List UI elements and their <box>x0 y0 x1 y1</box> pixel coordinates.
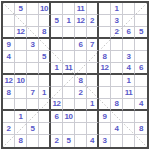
cell-r2c6[interactable]: 1 <box>63 15 75 27</box>
cell-r3c4[interactable]: 8 <box>39 27 51 39</box>
cell-r10c4[interactable] <box>39 111 51 123</box>
cell-r9c8[interactable]: 1 <box>87 99 99 111</box>
cell-r7c3[interactable] <box>27 75 39 87</box>
cell-r6c9[interactable]: 12 <box>99 63 111 75</box>
cell-r12c11[interactable] <box>123 135 135 147</box>
cell-r6c5[interactable]: 1 <box>51 63 63 75</box>
cell-r9c11[interactable] <box>123 99 135 111</box>
cell-r9c3[interactable] <box>27 99 39 111</box>
cell-r5c11[interactable]: 3 <box>123 51 135 63</box>
cell-r8c6[interactable] <box>63 87 75 99</box>
cell-r1c6[interactable] <box>63 3 75 15</box>
cell-r2c1[interactable] <box>3 15 15 27</box>
cell-r7c7[interactable]: 8 <box>75 75 87 87</box>
cell-r2c2[interactable] <box>15 15 27 27</box>
cell-r7c5[interactable] <box>51 75 63 87</box>
cell-r4c9[interactable] <box>99 39 111 51</box>
cell-r5c10[interactable] <box>111 51 123 63</box>
cell-r6c6[interactable]: 11 <box>63 63 75 75</box>
cell-r3c1[interactable] <box>3 27 15 39</box>
cell-r5c12[interactable] <box>135 51 147 63</box>
cell-r1c2[interactable]: 5 <box>15 3 27 15</box>
cell-r9c2[interactable] <box>15 99 27 111</box>
cell-r3c8[interactable] <box>87 27 99 39</box>
cell-r3c7[interactable] <box>75 27 87 39</box>
cell-r11c3[interactable]: 5 <box>27 123 39 135</box>
cell-r1c9[interactable] <box>99 3 111 15</box>
cell-r2c4[interactable] <box>39 15 51 27</box>
cell-r6c1[interactable] <box>3 63 15 75</box>
cell-r2c3[interactable] <box>27 15 39 27</box>
cell-r8c5[interactable] <box>51 87 63 99</box>
cell-r4c6[interactable] <box>63 39 75 51</box>
cell-r10c5[interactable]: 6 <box>51 111 63 123</box>
cell-r12c12[interactable] <box>135 135 147 147</box>
cell-r7c10[interactable] <box>111 75 123 87</box>
cell-r8c11[interactable]: 11 <box>123 87 135 99</box>
cell-r5c9[interactable]: 8 <box>99 51 111 63</box>
cell-r6c4[interactable] <box>39 63 51 75</box>
cell-r7c2[interactable]: 10 <box>15 75 27 87</box>
cell-r10c10[interactable] <box>111 111 123 123</box>
cell-r5c1[interactable]: 4 <box>3 51 15 63</box>
cell-r11c4[interactable] <box>39 123 51 135</box>
cell-r8c7[interactable]: 2 <box>75 87 87 99</box>
cell-grid: 5101115112231282659367458311112461210818… <box>3 3 147 147</box>
cell-r6c12[interactable]: 6 <box>135 63 147 75</box>
cell-r4c11[interactable] <box>123 39 135 51</box>
cell-r10c8[interactable] <box>87 111 99 123</box>
cell-r8c4[interactable]: 1 <box>39 87 51 99</box>
cell-r12c5[interactable]: 2 <box>51 135 63 147</box>
cell-r3c12[interactable]: 5 <box>135 27 147 39</box>
cell-r11c12[interactable]: 8 <box>135 123 147 135</box>
cell-r1c4[interactable]: 10 <box>39 3 51 15</box>
cell-r3c10[interactable]: 2 <box>111 27 123 39</box>
cell-r12c6[interactable]: 5 <box>63 135 75 147</box>
cell-r11c9[interactable] <box>99 123 111 135</box>
cell-r11c10[interactable]: 4 <box>111 123 123 135</box>
cell-r8c2[interactable] <box>15 87 27 99</box>
cell-r9c5[interactable]: 12 <box>51 99 63 111</box>
cell-r10c3[interactable] <box>27 111 39 123</box>
cell-r12c9[interactable]: 3 <box>99 135 111 147</box>
cell-r1c5[interactable] <box>51 3 63 15</box>
cell-r8c1[interactable]: 8 <box>3 87 15 99</box>
cell-r3c2[interactable]: 12 <box>15 27 27 39</box>
cell-r7c6[interactable] <box>63 75 75 87</box>
cell-r1c3[interactable] <box>27 3 39 15</box>
cell-r12c7[interactable] <box>75 135 87 147</box>
cell-r4c2[interactable] <box>15 39 27 51</box>
cell-r7c9[interactable] <box>99 75 111 87</box>
cell-r2c12[interactable] <box>135 15 147 27</box>
cell-r5c8[interactable] <box>87 51 99 63</box>
cell-r10c9[interactable]: 9 <box>99 111 111 123</box>
cell-r12c8[interactable]: 4 <box>87 135 99 147</box>
cell-r9c9[interactable] <box>99 99 111 111</box>
cell-r12c1[interactable] <box>3 135 15 147</box>
cell-r11c5[interactable] <box>51 123 63 135</box>
cell-r11c1[interactable]: 2 <box>3 123 15 135</box>
cell-r11c6[interactable] <box>63 123 75 135</box>
cell-r1c7[interactable]: 11 <box>75 3 87 15</box>
cell-r6c2[interactable] <box>15 63 27 75</box>
cell-r8c3[interactable]: 7 <box>27 87 39 99</box>
cell-r5c5[interactable] <box>51 51 63 63</box>
sudoku-board: 5101115112231282659367458311112461210818… <box>1 1 149 149</box>
cell-r3c6[interactable] <box>63 27 75 39</box>
cell-r7c11[interactable]: 1 <box>123 75 135 87</box>
cell-r9c4[interactable] <box>39 99 51 111</box>
cell-r12c3[interactable] <box>27 135 39 147</box>
cell-r3c5[interactable] <box>51 27 63 39</box>
cell-r5c3[interactable] <box>27 51 39 63</box>
cell-r9c7[interactable] <box>75 99 87 111</box>
cell-r5c7[interactable] <box>75 51 87 63</box>
cell-r4c5[interactable] <box>51 39 63 51</box>
cell-r4c12[interactable] <box>135 39 147 51</box>
cell-r9c1[interactable] <box>3 99 15 111</box>
cell-r10c1[interactable] <box>3 111 15 123</box>
cell-r2c11[interactable] <box>123 15 135 27</box>
cell-r12c4[interactable] <box>39 135 51 147</box>
cell-r11c8[interactable] <box>87 123 99 135</box>
cell-r10c2[interactable]: 1 <box>15 111 27 123</box>
cell-r11c11[interactable] <box>123 123 135 135</box>
cell-r3c9[interactable] <box>99 27 111 39</box>
cell-r7c12[interactable] <box>135 75 147 87</box>
cell-r9c6[interactable] <box>63 99 75 111</box>
cell-r6c10[interactable] <box>111 63 123 75</box>
cell-r8c8[interactable] <box>87 87 99 99</box>
cell-r1c8[interactable] <box>87 3 99 15</box>
cell-r11c2[interactable] <box>15 123 27 135</box>
cell-r8c10[interactable] <box>111 87 123 99</box>
cell-r7c4[interactable] <box>39 75 51 87</box>
cell-r8c9[interactable] <box>99 87 111 99</box>
cell-r7c8[interactable] <box>87 75 99 87</box>
cell-r9c12[interactable]: 4 <box>135 99 147 111</box>
cell-r4c3[interactable]: 3 <box>27 39 39 51</box>
cell-r4c1[interactable]: 9 <box>3 39 15 51</box>
cell-r6c3[interactable] <box>27 63 39 75</box>
cell-r9c10[interactable]: 8 <box>111 99 123 111</box>
cell-r5c2[interactable] <box>15 51 27 63</box>
cell-r3c11[interactable]: 6 <box>123 27 135 39</box>
cell-r11c7[interactable] <box>75 123 87 135</box>
cell-r7c1[interactable]: 12 <box>3 75 15 87</box>
cell-r2c9[interactable] <box>99 15 111 27</box>
cell-r1c10[interactable]: 1 <box>111 3 123 15</box>
cell-r10c7[interactable] <box>75 111 87 123</box>
cell-r4c10[interactable] <box>111 39 123 51</box>
cell-r1c11[interactable] <box>123 3 135 15</box>
cell-r12c2[interactable]: 8 <box>15 135 27 147</box>
cell-r2c8[interactable]: 2 <box>87 15 99 27</box>
cell-r6c7[interactable] <box>75 63 87 75</box>
cell-r6c8[interactable] <box>87 63 99 75</box>
cell-r12c10[interactable] <box>111 135 123 147</box>
cell-r3c3[interactable] <box>27 27 39 39</box>
cell-r1c1[interactable] <box>3 3 15 15</box>
cell-r5c4[interactable]: 5 <box>39 51 51 63</box>
cell-r10c6[interactable]: 10 <box>63 111 75 123</box>
cell-r2c5[interactable]: 5 <box>51 15 63 27</box>
cell-r4c4[interactable] <box>39 39 51 51</box>
cell-r8c12[interactable] <box>135 87 147 99</box>
cell-r10c11[interactable] <box>123 111 135 123</box>
cell-r1c12[interactable] <box>135 3 147 15</box>
cell-r4c7[interactable]: 6 <box>75 39 87 51</box>
cell-r10c12[interactable] <box>135 111 147 123</box>
cell-r2c7[interactable]: 12 <box>75 15 87 27</box>
cell-r4c8[interactable]: 7 <box>87 39 99 51</box>
cell-r5c6[interactable] <box>63 51 75 63</box>
cell-r6c11[interactable]: 4 <box>123 63 135 75</box>
cell-r2c10[interactable]: 3 <box>111 15 123 27</box>
